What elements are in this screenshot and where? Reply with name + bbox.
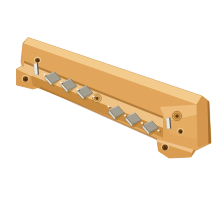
hole-depth (164, 146, 167, 149)
wire-bond-bright-dot (157, 129, 159, 131)
hole-depth (24, 78, 27, 81)
product-photo (0, 0, 220, 198)
right-terminal-pin (166, 118, 171, 129)
wire-bond-dark-dot (109, 107, 110, 108)
wire-bond-bright-dot (76, 88, 78, 90)
wire-bond-bright-dot (124, 114, 126, 116)
wire-bond-bright-dot (43, 73, 45, 75)
hole-depth (180, 131, 182, 133)
wire-bond-dark-dot (126, 116, 127, 117)
hole-depth (36, 59, 39, 62)
right-countersunk-hole (172, 111, 181, 120)
wire-bond-dark-dot (62, 83, 63, 84)
component-bar-illustration (0, 0, 220, 198)
wire-bond-bright-dot (107, 105, 109, 107)
wire-bond-bright-dot (141, 122, 143, 124)
middle-countersunk-hole (93, 94, 102, 103)
left-terminal-pin (34, 63, 39, 75)
right-small-hole (177, 128, 184, 134)
hole-depth (96, 98, 98, 100)
front-face-hole (34, 57, 41, 63)
component-bar (17, 38, 212, 159)
wire-bond-dark-dot (94, 97, 95, 98)
foot-hole (161, 143, 169, 150)
wire-bond-dark-dot (143, 123, 144, 124)
wire-bond-bright-dot (60, 81, 62, 83)
wire-bond-dark-dot (78, 90, 79, 91)
wire-bond-dark-dot (45, 75, 46, 76)
hole-depth (176, 115, 178, 117)
wire-bond-bright-dot (92, 95, 94, 97)
wire-bond-dark-dot (159, 131, 160, 132)
left-block-hole (22, 75, 30, 82)
